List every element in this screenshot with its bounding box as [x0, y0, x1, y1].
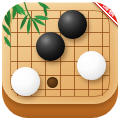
- go-app-icon-screenshot: { "game": "go", "app": { "kind": "app-ic…: [0, 0, 120, 120]
- black-stone[interactable]: [58, 10, 87, 39]
- bamboo-leaves-icon: [2, 2, 58, 58]
- white-stone[interactable]: [77, 51, 106, 80]
- white-stone[interactable]: [11, 67, 40, 96]
- app-icon[interactable]: 围棋: [2, 2, 118, 118]
